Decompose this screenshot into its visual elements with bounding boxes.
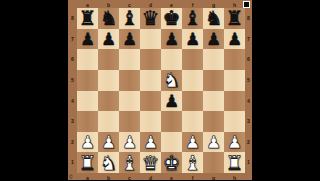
rank-label-8: 8 (70, 13, 75, 24)
rank-label-7: 7 (247, 34, 251, 45)
square-a7[interactable]: ♟ (77, 29, 98, 50)
square-g2[interactable]: ♟ (203, 132, 224, 153)
square-f5[interactable] (182, 70, 203, 91)
piece-white-pawn[interactable]: ♟ (206, 132, 221, 152)
file-labels-top: abcdefgh (77, 0, 245, 8)
piece-black-rook[interactable]: ♜ (226, 8, 244, 28)
piece-black-pawn[interactable]: ♟ (80, 29, 95, 49)
piece-white-knight[interactable]: ♞ (100, 153, 118, 173)
rank-label-3: 3 (247, 116, 251, 127)
square-c8[interactable]: ♝ (119, 8, 140, 29)
square-e2[interactable] (161, 132, 182, 153)
piece-white-pawn[interactable]: ♟ (185, 132, 200, 152)
piece-black-knight[interactable]: ♞ (205, 8, 223, 28)
file-label-b: b (103, 176, 114, 180)
piece-white-bishop[interactable]: ♝ (184, 153, 202, 173)
square-c5[interactable] (119, 70, 140, 91)
piece-black-pawn[interactable]: ♟ (206, 29, 221, 49)
chess-board-frame: ♜♞♝♛♚♝♞♜♟♟♟♟♟♟♟♞♟♟♟♟♟♟♟♟♜♞♝♛♚♝♜ abcdefgh… (68, 0, 252, 180)
square-b2[interactable]: ♟ (98, 132, 119, 153)
piece-white-pawn[interactable]: ♟ (143, 132, 158, 152)
square-e1[interactable]: ♚ (161, 152, 182, 173)
file-label-c: c (124, 3, 135, 9)
square-h2[interactable]: ♟ (224, 132, 245, 153)
letterbox-right (252, 0, 320, 180)
piece-black-king[interactable]: ♚ (163, 8, 181, 28)
square-f2[interactable]: ♟ (182, 132, 203, 153)
square-h8[interactable]: ♜ (224, 8, 245, 29)
square-h3[interactable] (224, 111, 245, 132)
square-b8[interactable]: ♞ (98, 8, 119, 29)
square-d5[interactable] (140, 70, 161, 91)
square-h1[interactable]: ♜ (224, 152, 245, 173)
piece-black-bishop[interactable]: ♝ (184, 8, 202, 28)
rank-label-1: 1 (70, 157, 75, 168)
piece-white-pawn[interactable]: ♟ (227, 132, 242, 152)
square-b1[interactable]: ♞ (98, 152, 119, 173)
rank-label-7: 7 (70, 34, 75, 45)
file-label-e: e (166, 176, 177, 180)
square-f8[interactable]: ♝ (182, 8, 203, 29)
square-d1[interactable]: ♛ (140, 152, 161, 173)
square-b5[interactable] (98, 70, 119, 91)
square-e8[interactable]: ♚ (161, 8, 182, 29)
square-g6[interactable] (203, 49, 224, 70)
square-c2[interactable]: ♟ (119, 132, 140, 153)
square-d3[interactable] (140, 111, 161, 132)
rank-label-2: 2 (70, 137, 75, 148)
piece-black-pawn[interactable]: ♟ (164, 91, 179, 111)
square-d4[interactable] (140, 91, 161, 112)
square-b6[interactable] (98, 49, 119, 70)
rank-label-1: 1 (247, 157, 251, 168)
piece-white-pawn[interactable]: ♟ (80, 132, 95, 152)
square-a3[interactable] (77, 111, 98, 132)
square-b7[interactable]: ♟ (98, 29, 119, 50)
square-d2[interactable]: ♟ (140, 132, 161, 153)
square-f7[interactable]: ♟ (182, 29, 203, 50)
square-h6[interactable] (224, 49, 245, 70)
rank-label-4: 4 (247, 95, 251, 106)
board-grid: ♜♞♝♛♚♝♞♜♟♟♟♟♟♟♟♞♟♟♟♟♟♟♟♟♜♞♝♛♚♝♜ (77, 8, 245, 173)
square-a6[interactable] (77, 49, 98, 70)
file-label-d: d (145, 176, 156, 180)
piece-white-queen[interactable]: ♛ (142, 153, 160, 173)
square-e7[interactable]: ♟ (161, 29, 182, 50)
square-g7[interactable]: ♟ (203, 29, 224, 50)
letterbox-left (0, 0, 68, 180)
piece-white-bishop[interactable]: ♝ (121, 153, 139, 173)
piece-black-pawn[interactable]: ♟ (227, 29, 242, 49)
file-label-a: a (82, 3, 93, 9)
file-label-g: g (208, 3, 219, 9)
rank-label-5: 5 (247, 75, 251, 86)
square-d7[interactable] (140, 29, 161, 50)
file-label-h: h (229, 176, 240, 180)
square-e6[interactable] (161, 49, 182, 70)
square-g5[interactable] (203, 70, 224, 91)
square-c4[interactable] (119, 91, 140, 112)
square-h5[interactable] (224, 70, 245, 91)
piece-black-pawn[interactable]: ♟ (101, 29, 116, 49)
square-e5[interactable]: ♞ (161, 70, 182, 91)
square-a8[interactable]: ♜ (77, 8, 98, 29)
square-g8[interactable]: ♞ (203, 8, 224, 29)
rank-labels-right: 87654321 (245, 8, 252, 173)
file-label-f: f (187, 176, 198, 180)
file-label-e: e (166, 3, 177, 9)
piece-black-queen[interactable]: ♛ (142, 8, 160, 28)
piece-black-knight[interactable]: ♞ (100, 8, 118, 28)
piece-black-pawn[interactable]: ♟ (122, 29, 137, 49)
square-c7[interactable]: ♟ (119, 29, 140, 50)
square-f1[interactable]: ♝ (182, 152, 203, 173)
square-a4[interactable] (77, 91, 98, 112)
file-label-g: g (208, 176, 219, 180)
piece-white-pawn[interactable]: ♟ (122, 132, 137, 152)
file-label-c: c (124, 176, 135, 180)
square-h4[interactable] (224, 91, 245, 112)
square-b4[interactable] (98, 91, 119, 112)
rank-labels-left: 87654321 (68, 8, 77, 173)
piece-black-rook[interactable]: ♜ (79, 8, 97, 28)
piece-black-pawn[interactable]: ♟ (164, 29, 179, 49)
square-a1[interactable]: ♜ (77, 152, 98, 173)
square-d6[interactable] (140, 49, 161, 70)
square-c1[interactable]: ♝ (119, 152, 140, 173)
piece-white-pawn[interactable]: ♟ (101, 132, 116, 152)
square-h7[interactable]: ♟ (224, 29, 245, 50)
piece-white-rook[interactable]: ♜ (79, 153, 97, 173)
file-label-f: f (187, 3, 198, 9)
piece-white-rook[interactable]: ♜ (226, 153, 244, 173)
square-c6[interactable] (119, 49, 140, 70)
square-f6[interactable] (182, 49, 203, 70)
piece-black-pawn[interactable]: ♟ (185, 29, 200, 49)
file-labels-bottom: abcdefgh (77, 173, 245, 180)
copyright-mark: © (69, 175, 73, 181)
file-label-b: b (103, 3, 114, 9)
square-a2[interactable]: ♟ (77, 132, 98, 153)
rank-label-5: 5 (70, 75, 75, 86)
square-d8[interactable]: ♛ (140, 8, 161, 29)
square-f3[interactable] (182, 111, 203, 132)
square-g4[interactable] (203, 91, 224, 112)
file-label-h: h (229, 3, 240, 9)
rank-label-8: 8 (247, 13, 251, 24)
piece-white-king[interactable]: ♚ (163, 153, 181, 173)
square-e4[interactable]: ♟ (161, 91, 182, 112)
rank-label-6: 6 (70, 54, 75, 65)
square-c3[interactable] (119, 111, 140, 132)
piece-white-knight[interactable]: ♞ (163, 70, 181, 90)
piece-black-bishop[interactable]: ♝ (121, 8, 139, 28)
rank-label-2: 2 (247, 137, 251, 148)
rank-label-3: 3 (70, 116, 75, 127)
rank-label-6: 6 (247, 54, 251, 65)
square-a5[interactable] (77, 70, 98, 91)
square-b3[interactable] (98, 111, 119, 132)
file-label-a: a (82, 176, 93, 180)
rank-label-4: 4 (70, 95, 75, 106)
square-e3[interactable] (161, 111, 182, 132)
square-f4[interactable] (182, 91, 203, 112)
file-label-d: d (145, 3, 156, 9)
square-g3[interactable] (203, 111, 224, 132)
square-g1[interactable] (203, 152, 224, 173)
